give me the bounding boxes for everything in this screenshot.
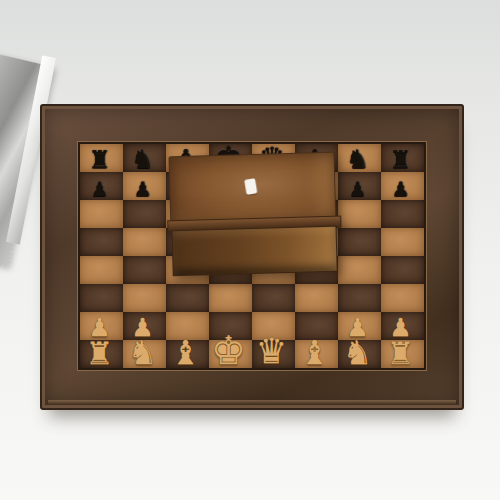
square-g5: [338, 228, 381, 256]
square-b2: [123, 312, 166, 340]
square-a6: [80, 200, 123, 228]
square-a2: [80, 312, 123, 340]
square-g3: [338, 284, 381, 312]
square-e3: [252, 284, 295, 312]
square-g8: [338, 144, 381, 172]
square-b3: [123, 284, 166, 312]
square-a8: [80, 144, 123, 172]
square-h7: [381, 172, 424, 200]
wooden-storage-box: [165, 148, 340, 275]
square-b6: [123, 200, 166, 228]
box-front-face: [172, 226, 338, 277]
square-h8: [381, 144, 424, 172]
square-f3: [295, 284, 338, 312]
square-d2: [209, 312, 252, 340]
auction-label-sticker: [244, 178, 257, 195]
square-g1: [338, 340, 381, 368]
square-e2: [252, 312, 295, 340]
photo-scene: ♜♞♝♚♛♝♞♜♟♟♟♟♟♟♟♟♜♞♝♚♛♝♞♜: [0, 0, 500, 500]
square-c3: [166, 284, 209, 312]
square-g2: [338, 312, 381, 340]
square-f1: [295, 340, 338, 368]
square-a1: [80, 340, 123, 368]
square-b5: [123, 228, 166, 256]
square-a7: [80, 172, 123, 200]
square-h3: [381, 284, 424, 312]
square-c2: [166, 312, 209, 340]
square-g7: [338, 172, 381, 200]
square-h1: [381, 340, 424, 368]
square-f2: [295, 312, 338, 340]
square-e1: [252, 340, 295, 368]
square-c1: [166, 340, 209, 368]
square-b1: [123, 340, 166, 368]
square-a3: [80, 284, 123, 312]
square-a5: [80, 228, 123, 256]
square-a4: [80, 256, 123, 284]
square-d3: [209, 284, 252, 312]
square-b4: [123, 256, 166, 284]
square-h4: [381, 256, 424, 284]
square-h5: [381, 228, 424, 256]
box-lid-top: [168, 152, 336, 225]
square-h6: [381, 200, 424, 228]
square-g6: [338, 200, 381, 228]
square-b7: [123, 172, 166, 200]
square-d1: [209, 340, 252, 368]
square-g4: [338, 256, 381, 284]
square-b8: [123, 144, 166, 172]
square-h2: [381, 312, 424, 340]
